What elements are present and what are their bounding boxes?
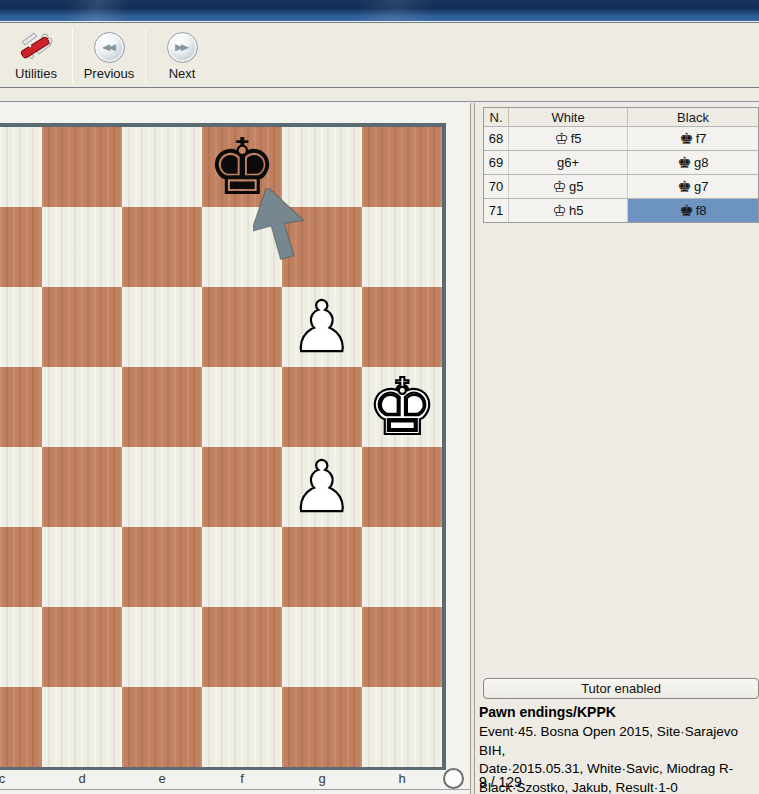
square-g6[interactable]: ♟ xyxy=(282,287,362,367)
square-g3[interactable] xyxy=(282,527,362,607)
square-g2[interactable] xyxy=(282,607,362,687)
square-e2[interactable] xyxy=(122,607,202,687)
board-panel-bottom-line xyxy=(0,789,470,790)
white-king-figurine-icon: ♔ xyxy=(554,131,568,147)
move-row-71: 71♔h5♚f8 xyxy=(484,198,758,222)
move-cell-71-black[interactable]: ♚f8 xyxy=(628,199,758,222)
toolbar: Utilities ◀◀ Previous ▶▶ Next xyxy=(0,23,759,88)
move-cell-69-black[interactable]: ♚g8 xyxy=(628,151,758,174)
square-c5[interactable] xyxy=(0,367,42,447)
next-label: Next xyxy=(169,66,196,81)
file-label-d: d xyxy=(78,771,85,786)
square-e6[interactable] xyxy=(122,287,202,367)
move-cell-71-white[interactable]: ♔h5 xyxy=(509,199,628,222)
square-h1[interactable] xyxy=(362,687,442,767)
move-row-70: 70♔g5♚g7 xyxy=(484,174,758,198)
game-counter: 9 / 129 xyxy=(479,774,522,790)
next-button[interactable]: ▶▶ Next xyxy=(146,23,218,87)
square-d5[interactable] xyxy=(42,367,122,447)
square-c2[interactable] xyxy=(0,607,42,687)
square-d7[interactable] xyxy=(42,207,122,287)
previous-icon: ◀◀ xyxy=(94,32,125,63)
black-king-figurine-icon: ♚ xyxy=(679,203,693,219)
movelist-header-nn: N. xyxy=(484,108,509,126)
move-cell-69-white[interactable]: g6+ xyxy=(509,151,628,174)
square-h6[interactable] xyxy=(362,287,442,367)
square-d6[interactable] xyxy=(42,287,122,367)
side-to-move-indicator[interactable] xyxy=(443,768,464,789)
move-row-68: 68♔f5♚f7 xyxy=(484,126,758,150)
move-cell-70-white[interactable]: ♔g5 xyxy=(509,175,628,198)
window-titlebar[interactable] xyxy=(0,0,759,21)
square-g4[interactable]: ♟ xyxy=(282,447,362,527)
move-text: g5 xyxy=(569,179,583,194)
square-h5[interactable]: ♚ xyxy=(362,367,442,447)
black-king-figurine-icon: ♚ xyxy=(678,155,692,171)
square-f4[interactable] xyxy=(202,447,282,527)
square-c8[interactable] xyxy=(0,127,42,207)
utilities-button[interactable]: Utilities xyxy=(0,23,72,87)
square-h7[interactable] xyxy=(362,207,442,287)
square-c4[interactable] xyxy=(0,447,42,527)
move-cell-70-black[interactable]: ♚g7 xyxy=(628,175,758,198)
square-f6[interactable] xyxy=(202,287,282,367)
mouse-cursor-icon xyxy=(253,188,333,264)
move-text: f5 xyxy=(571,131,582,146)
square-e1[interactable] xyxy=(122,687,202,767)
square-e8[interactable] xyxy=(122,127,202,207)
square-h3[interactable] xyxy=(362,527,442,607)
game-info-line-1: Event·45. Bosna Open 2015, Site·Sarajevo… xyxy=(479,723,759,760)
square-f5[interactable] xyxy=(202,367,282,447)
square-d8[interactable] xyxy=(42,127,122,207)
file-label-f: f xyxy=(240,771,244,786)
board-panel: ♚♟♚♟ cdefgh xyxy=(0,103,470,794)
move-text: g6+ xyxy=(557,155,579,170)
white-pawn-g4[interactable]: ♟ xyxy=(282,447,362,527)
square-h8[interactable] xyxy=(362,127,442,207)
move-list-table: N.WhiteBlack68♔f5♚f769g6+♚g870♔g5♚g771♔h… xyxy=(483,107,759,223)
square-g5[interactable] xyxy=(282,367,362,447)
square-c1[interactable] xyxy=(0,687,42,767)
toolbar-substrip xyxy=(0,89,759,102)
move-cell-68-black[interactable]: ♚f7 xyxy=(628,127,758,150)
file-label-h: h xyxy=(398,771,405,786)
movelist-header-white: White xyxy=(509,108,628,126)
square-f3[interactable] xyxy=(202,527,282,607)
white-king-figurine-icon: ♔ xyxy=(553,179,567,195)
chess-app-window: Utilities ◀◀ Previous ▶▶ Next ♚♟♚♟ cdefg… xyxy=(0,0,759,794)
file-label-g: g xyxy=(318,771,325,786)
movelist-header-black: Black xyxy=(628,108,758,126)
square-d4[interactable] xyxy=(42,447,122,527)
square-g1[interactable] xyxy=(282,687,362,767)
square-h2[interactable] xyxy=(362,607,442,687)
white-king-h5[interactable]: ♚ xyxy=(362,367,442,447)
file-labels: cdefgh xyxy=(0,771,446,790)
swiss-army-knife-icon xyxy=(18,29,54,63)
white-king-figurine-icon: ♔ xyxy=(553,203,567,219)
next-icon: ▶▶ xyxy=(167,32,198,63)
square-d3[interactable] xyxy=(42,527,122,607)
previous-label: Previous xyxy=(84,66,135,81)
utilities-label: Utilities xyxy=(15,66,57,81)
square-f1[interactable] xyxy=(202,687,282,767)
move-number-70: 70 xyxy=(484,175,509,198)
game-title: Pawn endings/KPPK xyxy=(479,704,755,720)
square-f2[interactable] xyxy=(202,607,282,687)
move-text: g8 xyxy=(694,155,708,170)
move-text: g7 xyxy=(694,179,708,194)
previous-button[interactable]: ◀◀ Previous xyxy=(73,23,145,87)
move-number-69: 69 xyxy=(484,151,509,174)
square-c6[interactable] xyxy=(0,287,42,367)
square-e7[interactable] xyxy=(122,207,202,287)
square-e5[interactable] xyxy=(122,367,202,447)
move-number-68: 68 xyxy=(484,127,509,150)
file-label-e: e xyxy=(158,771,165,786)
move-cell-68-white[interactable]: ♔f5 xyxy=(509,127,628,150)
tutor-enabled-button[interactable]: Tutor enabled xyxy=(483,678,759,699)
move-text: f8 xyxy=(696,203,707,218)
move-text: f7 xyxy=(696,131,707,146)
black-king-figurine-icon: ♚ xyxy=(679,131,693,147)
white-pawn-g6[interactable]: ♟ xyxy=(282,287,362,367)
black-king-figurine-icon: ♚ xyxy=(678,179,692,195)
square-e3[interactable] xyxy=(122,527,202,607)
move-row-69: 69g6+♚g8 xyxy=(484,150,758,174)
square-c7[interactable] xyxy=(0,207,42,287)
notation-panel: N.WhiteBlack68♔f5♚f769g6+♚g870♔g5♚g771♔h… xyxy=(475,103,759,794)
chess-board: ♚♟♚♟ xyxy=(0,123,446,770)
move-text: h5 xyxy=(569,203,583,218)
square-d1[interactable] xyxy=(42,687,122,767)
move-number-71: 71 xyxy=(484,199,509,222)
file-label-c: c xyxy=(0,771,5,786)
square-d2[interactable] xyxy=(42,607,122,687)
square-h4[interactable] xyxy=(362,447,442,527)
main-content: ♚♟♚♟ cdefgh N.WhiteBlack68♔f5♚f769g6+♚g8… xyxy=(0,103,759,794)
square-c3[interactable] xyxy=(0,527,42,607)
square-e4[interactable] xyxy=(122,447,202,527)
